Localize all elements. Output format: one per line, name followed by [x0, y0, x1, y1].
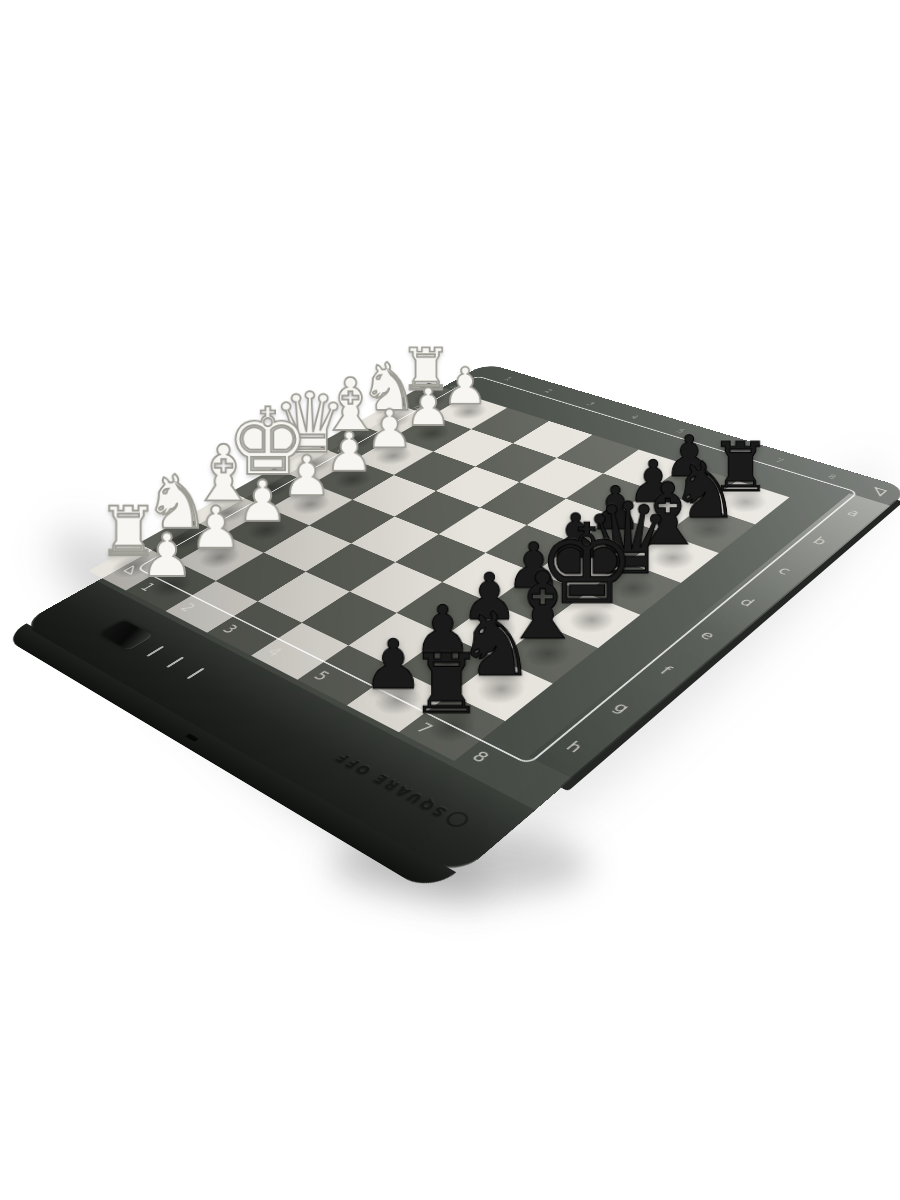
square-g4: [258, 572, 350, 623]
piece-black-rook-h8: ♜: [390, 646, 503, 724]
rank-label-mirror-4: 4: [620, 410, 649, 423]
led-indicator-dash: [166, 657, 184, 668]
squareoff-board-mat: SQUARE OFF ♜♞♝♛♚♝♞♜♟♟♟♟♟♟♟♟♟♟♟♟♟♟♟♟♜♞♝♛♚…: [21, 363, 900, 878]
piece-white-pawn-h2: ♟: [119, 527, 215, 584]
corner-triangle-a8: [867, 486, 889, 497]
led-indicator-dash: [146, 646, 164, 657]
scene: SQUARE OFF ♜♞♝♛♚♝♞♜♟♟♟♟♟♟♟♟♟♟♟♟♟♟♟♟♜♞♝♛♚…: [0, 0, 900, 1200]
product-photo-canvas: SQUARE OFF ♜♞♝♛♚♝♞♜♟♟♟♟♟♟♟♟♟♟♟♟♟♟♟♟♜♞♝♛♚…: [0, 0, 900, 1200]
power-button: [442, 809, 473, 830]
rank-label-mirror-3: 3: [576, 397, 605, 410]
rank-label-mirror-8: 8: [816, 469, 848, 485]
led-indicator-dash: [186, 668, 204, 679]
squareoff-emblem: [99, 620, 153, 651]
rank-label-mirror-2: 2: [534, 385, 562, 397]
